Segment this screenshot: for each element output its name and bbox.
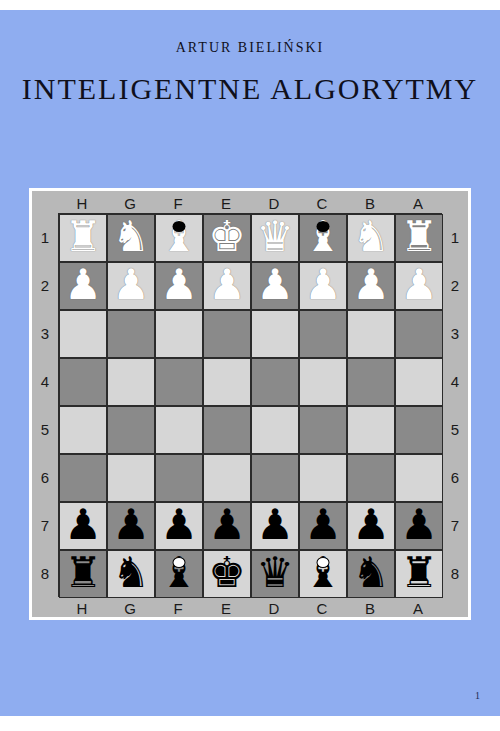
file-label-b-bottom: B bbox=[346, 599, 394, 616]
square-a7: ♟ bbox=[395, 502, 443, 550]
square-c6 bbox=[299, 454, 347, 502]
file-label-h-bottom: H bbox=[58, 599, 106, 616]
square-e5 bbox=[203, 406, 251, 454]
white-pawn-icon: ♟ bbox=[352, 264, 390, 306]
square-e4 bbox=[203, 358, 251, 406]
bishop-head-dot bbox=[173, 221, 186, 232]
square-b2: ♟ bbox=[347, 262, 395, 310]
square-e1: ♚ bbox=[203, 214, 251, 262]
square-h8: ♜ bbox=[59, 550, 107, 598]
rank-label-6-right: 6 bbox=[442, 453, 468, 501]
square-f7: ♟ bbox=[155, 502, 203, 550]
black-king-icon: ♚ bbox=[208, 552, 246, 594]
square-d1: ♛ bbox=[251, 214, 299, 262]
square-d4 bbox=[251, 358, 299, 406]
rank-label-5-left: 5 bbox=[32, 405, 58, 453]
white-pawn-icon: ♟ bbox=[112, 264, 150, 306]
file-label-d-top: D bbox=[250, 196, 298, 213]
square-f6 bbox=[155, 454, 203, 502]
rank-label-2-left: 2 bbox=[32, 261, 58, 309]
rank-label-5-right: 5 bbox=[442, 405, 468, 453]
square-b5 bbox=[347, 406, 395, 454]
square-b3 bbox=[347, 310, 395, 358]
square-c5 bbox=[299, 406, 347, 454]
square-d6 bbox=[251, 454, 299, 502]
black-rook-icon: ♜ bbox=[400, 552, 438, 594]
bishop-head-dot bbox=[173, 557, 186, 568]
black-knight-icon: ♞ bbox=[112, 552, 150, 594]
white-pawn-icon: ♟ bbox=[208, 264, 246, 306]
white-queen-icon: ♛ bbox=[256, 216, 294, 258]
square-d7: ♟ bbox=[251, 502, 299, 550]
square-h3 bbox=[59, 310, 107, 358]
black-pawn-icon: ♟ bbox=[352, 504, 390, 546]
square-a1: ♜ bbox=[395, 214, 443, 262]
square-h7: ♟ bbox=[59, 502, 107, 550]
square-a6 bbox=[395, 454, 443, 502]
bishop-head-dot bbox=[317, 557, 330, 568]
square-f4 bbox=[155, 358, 203, 406]
square-h1: ♜ bbox=[59, 214, 107, 262]
square-e7: ♟ bbox=[203, 502, 251, 550]
white-pawn-icon: ♟ bbox=[160, 264, 198, 306]
square-g4 bbox=[107, 358, 155, 406]
square-e2: ♟ bbox=[203, 262, 251, 310]
square-c2: ♟ bbox=[299, 262, 347, 310]
square-e6 bbox=[203, 454, 251, 502]
white-rook-icon: ♜ bbox=[400, 216, 438, 258]
square-h2: ♟ bbox=[59, 262, 107, 310]
square-g3 bbox=[107, 310, 155, 358]
board-frame: HGFEDCBA 12345678 ♜♞♝♚♛♝♞♜♟♟♟♟♟♟♟♟♟♟♟♟♟♟… bbox=[32, 191, 468, 617]
white-king-icon: ♚ bbox=[208, 216, 246, 258]
file-label-g-top: G bbox=[106, 196, 154, 213]
rank-label-7-left: 7 bbox=[32, 501, 58, 549]
square-c8: ♝ bbox=[299, 550, 347, 598]
white-pawn-icon: ♟ bbox=[400, 264, 438, 306]
rank-labels-left: 12345678 bbox=[32, 213, 58, 597]
file-label-c-bottom: C bbox=[298, 599, 346, 616]
cover-page-background: ARTUR BIELIŃSKI INTELIGENTNE ALGORYTMY H… bbox=[0, 10, 500, 716]
black-queen-icon: ♛ bbox=[256, 552, 294, 594]
square-g1: ♞ bbox=[107, 214, 155, 262]
file-label-g-bottom: G bbox=[106, 599, 154, 616]
file-label-c-top: C bbox=[298, 196, 346, 213]
file-label-b-top: B bbox=[346, 196, 394, 213]
rank-label-7-right: 7 bbox=[442, 501, 468, 549]
square-a3 bbox=[395, 310, 443, 358]
rank-label-1-left: 1 bbox=[32, 213, 58, 261]
square-d8: ♛ bbox=[251, 550, 299, 598]
square-c4 bbox=[299, 358, 347, 406]
square-e8: ♚ bbox=[203, 550, 251, 598]
rank-label-8-left: 8 bbox=[32, 549, 58, 597]
file-label-e-top: E bbox=[202, 196, 250, 213]
black-pawn-icon: ♟ bbox=[400, 504, 438, 546]
black-pawn-icon: ♟ bbox=[256, 504, 294, 546]
rank-label-2-right: 2 bbox=[442, 261, 468, 309]
square-f3 bbox=[155, 310, 203, 358]
rank-label-3-right: 3 bbox=[442, 309, 468, 357]
black-pawn-icon: ♟ bbox=[208, 504, 246, 546]
square-d3 bbox=[251, 310, 299, 358]
black-pawn-icon: ♟ bbox=[304, 504, 342, 546]
square-g6 bbox=[107, 454, 155, 502]
rank-labels-right: 12345678 bbox=[442, 213, 468, 597]
square-d5 bbox=[251, 406, 299, 454]
white-pawn-icon: ♟ bbox=[256, 264, 294, 306]
square-c7: ♟ bbox=[299, 502, 347, 550]
file-label-a-top: A bbox=[394, 196, 442, 213]
square-d2: ♟ bbox=[251, 262, 299, 310]
white-knight-icon: ♞ bbox=[352, 216, 390, 258]
rank-label-3-left: 3 bbox=[32, 309, 58, 357]
white-pawn-icon: ♟ bbox=[64, 264, 102, 306]
file-label-e-bottom: E bbox=[202, 599, 250, 616]
square-a2: ♟ bbox=[395, 262, 443, 310]
file-label-a-bottom: A bbox=[394, 599, 442, 616]
square-h4 bbox=[59, 358, 107, 406]
black-knight-icon: ♞ bbox=[352, 552, 390, 594]
chess-board: HGFEDCBA 12345678 ♜♞♝♚♛♝♞♜♟♟♟♟♟♟♟♟♟♟♟♟♟♟… bbox=[29, 188, 471, 620]
board-grid: ♜♞♝♚♛♝♞♜♟♟♟♟♟♟♟♟♟♟♟♟♟♟♟♟♜♞♝♚♛♝♞♜ bbox=[58, 213, 442, 597]
square-b7: ♟ bbox=[347, 502, 395, 550]
rank-label-6-left: 6 bbox=[32, 453, 58, 501]
square-f5 bbox=[155, 406, 203, 454]
file-label-h-top: H bbox=[58, 196, 106, 213]
white-rook-icon: ♜ bbox=[64, 216, 102, 258]
file-label-f-bottom: F bbox=[154, 599, 202, 616]
square-a4 bbox=[395, 358, 443, 406]
square-f8: ♝ bbox=[155, 550, 203, 598]
black-pawn-icon: ♟ bbox=[64, 504, 102, 546]
square-h5 bbox=[59, 406, 107, 454]
file-labels-bottom: HGFEDCBA bbox=[58, 597, 442, 617]
author-name: ARTUR BIELIŃSKI bbox=[0, 40, 500, 56]
square-g2: ♟ bbox=[107, 262, 155, 310]
book-title: INTELIGENTNE ALGORYTMY bbox=[0, 72, 500, 106]
file-labels-top: HGFEDCBA bbox=[58, 191, 442, 213]
rank-label-8-right: 8 bbox=[442, 549, 468, 597]
square-g7: ♟ bbox=[107, 502, 155, 550]
square-a8: ♜ bbox=[395, 550, 443, 598]
square-e3 bbox=[203, 310, 251, 358]
white-knight-icon: ♞ bbox=[112, 216, 150, 258]
square-c1: ♝ bbox=[299, 214, 347, 262]
square-c3 bbox=[299, 310, 347, 358]
rank-label-4-left: 4 bbox=[32, 357, 58, 405]
square-a5 bbox=[395, 406, 443, 454]
square-f2: ♟ bbox=[155, 262, 203, 310]
square-b6 bbox=[347, 454, 395, 502]
square-g8: ♞ bbox=[107, 550, 155, 598]
square-b4 bbox=[347, 358, 395, 406]
black-pawn-icon: ♟ bbox=[160, 504, 198, 546]
rank-label-1-right: 1 bbox=[442, 213, 468, 261]
square-h6 bbox=[59, 454, 107, 502]
square-b8: ♞ bbox=[347, 550, 395, 598]
rank-label-4-right: 4 bbox=[442, 357, 468, 405]
white-pawn-icon: ♟ bbox=[304, 264, 342, 306]
square-g5 bbox=[107, 406, 155, 454]
page-number: 1 bbox=[475, 690, 480, 701]
file-label-d-bottom: D bbox=[250, 599, 298, 616]
square-f1: ♝ bbox=[155, 214, 203, 262]
file-label-f-top: F bbox=[154, 196, 202, 213]
black-rook-icon: ♜ bbox=[64, 552, 102, 594]
black-pawn-icon: ♟ bbox=[112, 504, 150, 546]
square-b1: ♞ bbox=[347, 214, 395, 262]
bishop-head-dot bbox=[317, 221, 330, 232]
